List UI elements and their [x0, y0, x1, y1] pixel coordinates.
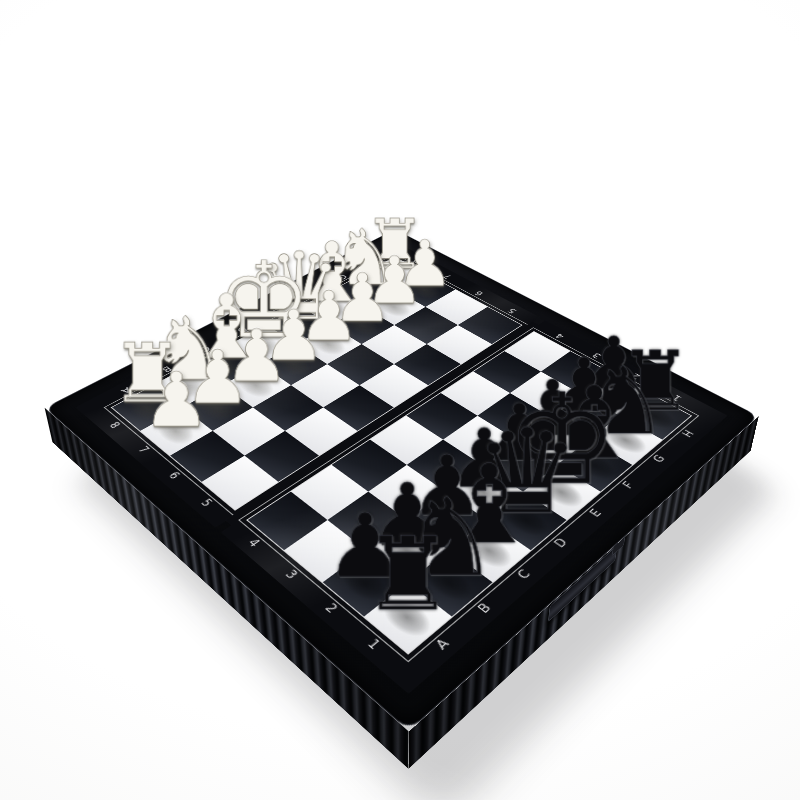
- rank-label-4-bottom: 4: [239, 532, 268, 554]
- white-pawn-glyph: ♟: [105, 362, 248, 438]
- file-label-A-near: A: [426, 631, 458, 658]
- rank-label-7-bottom: 7: [130, 441, 157, 459]
- background: 88776655HGFEDCBA 44332211HGFEDCBA ♜♞♟♝♟♛…: [0, 0, 800, 800]
- scene: 88776655HGFEDCBA 44332211HGFEDCBA ♜♞♟♝♟♛…: [0, 0, 800, 800]
- rank-label-6-bottom: 6: [161, 466, 188, 485]
- black-rook-glyph: ♜: [321, 524, 495, 626]
- rank-label-5-bottom: 5: [193, 493, 221, 513]
